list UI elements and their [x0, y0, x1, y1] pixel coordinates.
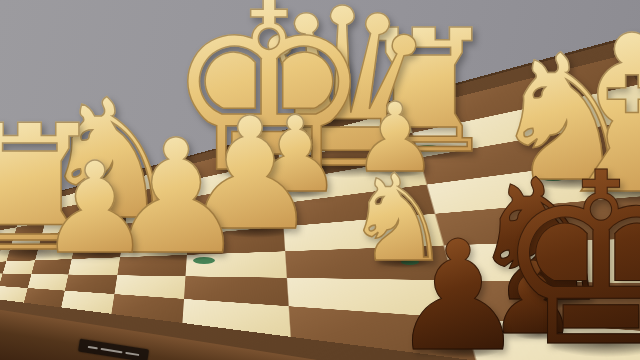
piece-layer: ♜♛♚♟♞♟♝♞♟♜♟♟♞♞♟♚♟ — [0, 0, 640, 360]
piece-black-pawn-e2: ♟ — [390, 221, 526, 360]
piece-white-pawn-b5: ♟ — [39, 146, 152, 272]
chess-photo-scene: ♜♛♚♟♞♟♝♞♟♜♟♟♞♞♟♚♟ — [0, 0, 640, 360]
